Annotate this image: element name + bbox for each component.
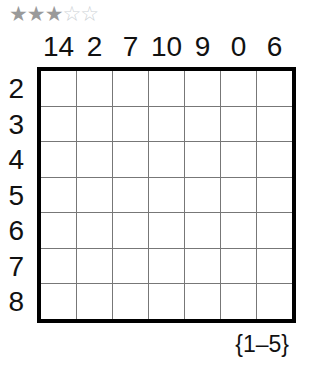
- column-clues: 142710906: [41, 33, 292, 61]
- grid-cell[interactable]: [113, 249, 148, 284]
- grid-cell[interactable]: [221, 249, 256, 284]
- grid-cell[interactable]: [185, 71, 220, 106]
- row-clue: 2: [8, 75, 24, 103]
- star-filled-icon: ★: [9, 2, 27, 26]
- row-clue: 6: [8, 217, 24, 245]
- grid-cell[interactable]: [41, 249, 76, 284]
- star-filled-icon: ★: [45, 2, 63, 26]
- grid-cell[interactable]: [113, 213, 148, 248]
- puzzle-grid: [37, 67, 296, 323]
- grid-cell[interactable]: [221, 178, 256, 213]
- grid-cell[interactable]: [41, 71, 76, 106]
- grid-cell[interactable]: [77, 71, 112, 106]
- row-clue: 3: [8, 111, 24, 139]
- grid-cell[interactable]: [149, 107, 184, 142]
- star-filled-icon: ★: [27, 2, 45, 26]
- grid-cell[interactable]: [257, 142, 292, 177]
- grid-cell[interactable]: [113, 107, 148, 142]
- grid-cell[interactable]: [149, 178, 184, 213]
- column-clue: 9: [195, 33, 211, 61]
- grid-cell[interactable]: [77, 142, 112, 177]
- grid-cell[interactable]: [257, 71, 292, 106]
- grid-cell[interactable]: [257, 284, 292, 319]
- grid-cell[interactable]: [221, 71, 256, 106]
- grid-cell[interactable]: [41, 142, 76, 177]
- grid-cell[interactable]: [257, 178, 292, 213]
- grid-cell[interactable]: [257, 213, 292, 248]
- row-clue: 5: [8, 182, 24, 210]
- column-clue: 6: [267, 33, 283, 61]
- puzzle-page: ★★★☆☆ 142710906 2345678 {1–5}: [0, 0, 333, 371]
- grid-cell[interactable]: [221, 107, 256, 142]
- star-empty-icon: ☆: [62, 2, 80, 26]
- grid-cell[interactable]: [113, 178, 148, 213]
- grid-cell[interactable]: [185, 178, 220, 213]
- grid-cell[interactable]: [77, 213, 112, 248]
- row-clues: 2345678: [0, 72, 24, 320]
- column-clue: 14: [43, 33, 74, 61]
- grid-cell[interactable]: [185, 142, 220, 177]
- column-clue: 2: [87, 33, 103, 61]
- grid-cell[interactable]: [221, 213, 256, 248]
- grid-cell[interactable]: [149, 213, 184, 248]
- range-label: {1–5}: [235, 331, 289, 358]
- grid-cell[interactable]: [41, 178, 76, 213]
- grid-cell[interactable]: [149, 142, 184, 177]
- grid-cell[interactable]: [185, 107, 220, 142]
- difficulty-rating: ★★★☆☆: [9, 2, 98, 26]
- grid-cell[interactable]: [77, 249, 112, 284]
- grid-cell[interactable]: [257, 107, 292, 142]
- star-empty-icon: ☆: [80, 2, 98, 26]
- grid-cell[interactable]: [257, 249, 292, 284]
- grid-cell[interactable]: [149, 284, 184, 319]
- grid-cell[interactable]: [77, 178, 112, 213]
- grid-cell[interactable]: [41, 284, 76, 319]
- row-clue: 4: [8, 146, 24, 174]
- grid-cell[interactable]: [113, 284, 148, 319]
- row-clue: 8: [8, 288, 24, 316]
- grid-cell[interactable]: [221, 284, 256, 319]
- grid-cell[interactable]: [113, 142, 148, 177]
- grid-cell[interactable]: [41, 107, 76, 142]
- row-clue: 7: [8, 253, 24, 281]
- grid-cell[interactable]: [221, 142, 256, 177]
- column-clue: 7: [123, 33, 139, 61]
- grid-cell[interactable]: [185, 213, 220, 248]
- grid-cell[interactable]: [77, 284, 112, 319]
- grid-cell[interactable]: [77, 107, 112, 142]
- grid-cell[interactable]: [41, 213, 76, 248]
- grid-cell[interactable]: [149, 71, 184, 106]
- column-clue: 10: [151, 33, 182, 61]
- grid-cell[interactable]: [185, 284, 220, 319]
- grid-cell[interactable]: [113, 71, 148, 106]
- grid-cell[interactable]: [185, 249, 220, 284]
- column-clue: 0: [231, 33, 247, 61]
- grid-cell[interactable]: [149, 249, 184, 284]
